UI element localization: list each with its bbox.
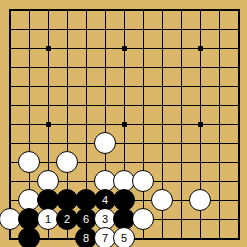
numbered-stone: 5 xyxy=(113,227,135,247)
stone xyxy=(189,189,211,211)
star-point xyxy=(46,122,51,127)
go-board: 41263875 xyxy=(0,0,247,247)
star-point xyxy=(198,122,203,127)
stone xyxy=(18,151,40,173)
star-point xyxy=(46,46,51,51)
stone xyxy=(56,151,78,173)
star-point xyxy=(122,122,127,127)
stone xyxy=(18,227,40,247)
stone xyxy=(151,189,173,211)
stone xyxy=(132,208,154,230)
stone xyxy=(94,132,116,154)
stone xyxy=(132,170,154,192)
star-point xyxy=(198,46,203,51)
star-point xyxy=(122,46,127,51)
